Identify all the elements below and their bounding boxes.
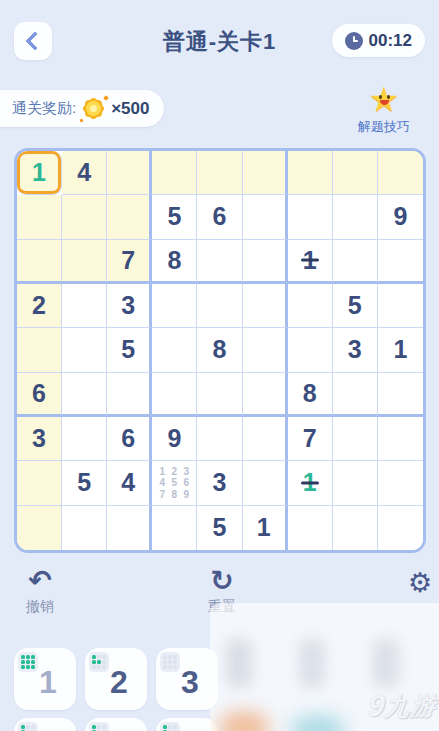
cell-r2c1[interactable] — [17, 195, 62, 239]
cell-r3c8[interactable] — [333, 240, 378, 284]
cell-r3c5[interactable] — [197, 240, 242, 284]
cell-r8c4[interactable]: 123456789 — [152, 461, 197, 505]
cell-r3c9[interactable] — [378, 240, 423, 284]
given-digit: 3 — [121, 293, 135, 318]
num-button-1[interactable]: 1 — [14, 648, 76, 710]
cell-r9c8[interactable] — [333, 506, 378, 550]
cell-r3c3[interactable]: 7 — [107, 240, 152, 284]
cell-r9c3[interactable] — [107, 506, 152, 550]
given-digit: 8 — [303, 381, 317, 406]
cell-r4c7[interactable] — [288, 284, 333, 328]
given-digit: 5 — [348, 293, 362, 318]
undo-button[interactable]: ↶ 撤销 — [8, 566, 72, 616]
cell-r8c9[interactable] — [378, 461, 423, 505]
num-button-digit: 3 — [181, 664, 199, 701]
given-digit: 3 — [213, 470, 227, 495]
cell-r5c2[interactable] — [62, 328, 107, 372]
given-digit: 7 — [303, 426, 317, 451]
cell-r4c5[interactable] — [197, 284, 242, 328]
cell-r1c6[interactable] — [243, 151, 288, 195]
cell-r4c4[interactable] — [152, 284, 197, 328]
given-digit: 3 — [32, 426, 46, 451]
cell-r6c6[interactable] — [243, 373, 288, 417]
cell-r3c7[interactable]: 1 — [288, 240, 333, 284]
cell-r3c2[interactable] — [62, 240, 107, 284]
cell-r4c9[interactable] — [378, 284, 423, 328]
cell-r7c8[interactable] — [333, 417, 378, 461]
cell-r8c7[interactable]: 1 — [288, 461, 333, 505]
cell-r5c4[interactable] — [152, 328, 197, 372]
given-digit: 1 — [393, 337, 407, 362]
reset-icon: ↻ — [190, 566, 254, 596]
given-digit: 4 — [121, 470, 135, 495]
cell-r1c8[interactable] — [333, 151, 378, 195]
given-digit: 9 — [393, 204, 407, 229]
remaining-count-badge — [89, 652, 109, 672]
cell-r7c5[interactable] — [197, 417, 242, 461]
remaining-count-badge — [160, 652, 180, 672]
cell-r2c7[interactable] — [288, 195, 333, 239]
num-button-digit: 2 — [110, 664, 128, 701]
cell-r6c3[interactable] — [107, 373, 152, 417]
cell-r2c9[interactable]: 9 — [378, 195, 423, 239]
cell-r2c4[interactable]: 5 — [152, 195, 197, 239]
tips-label: 解题技巧 — [334, 118, 434, 136]
cell-r8c3[interactable]: 4 — [107, 461, 152, 505]
cell-r7c4[interactable]: 9 — [152, 417, 197, 461]
blurred-overlay: 9九游 — [210, 603, 439, 731]
cell-r1c2[interactable]: 4 — [62, 151, 107, 195]
cell-r3c4[interactable]: 8 — [152, 240, 197, 284]
sudoku-app-screen: 普通-关卡1 00:12 通关奖励: ×500 ★ 解题技巧 145697812… — [0, 0, 439, 731]
given-digit: 1 — [303, 248, 317, 273]
cell-r7c7[interactable]: 7 — [288, 417, 333, 461]
clock-icon — [345, 32, 363, 50]
cell-r7c3[interactable]: 6 — [107, 417, 152, 461]
cell-r2c8[interactable] — [333, 195, 378, 239]
num-button-row2-1[interactable] — [14, 718, 76, 731]
cell-r5c1[interactable] — [17, 328, 62, 372]
cell-r2c5[interactable]: 6 — [197, 195, 242, 239]
undo-label: 撤销 — [8, 598, 72, 616]
cell-r1c7[interactable] — [288, 151, 333, 195]
cell-r9c7[interactable] — [288, 506, 333, 550]
cell-r7c1[interactable]: 3 — [17, 417, 62, 461]
cell-r2c6[interactable] — [243, 195, 288, 239]
reward-amount: ×500 — [111, 99, 149, 119]
timer-pill: 00:12 — [332, 24, 425, 57]
given-digit: 2 — [32, 293, 46, 318]
cell-r2c3[interactable] — [107, 195, 152, 239]
cell-r4c3[interactable]: 3 — [107, 284, 152, 328]
cell-r4c8[interactable]: 5 — [333, 284, 378, 328]
cell-r5c7[interactable] — [288, 328, 333, 372]
cell-r6c4[interactable] — [152, 373, 197, 417]
tips-button[interactable]: ★ 解题技巧 — [334, 82, 434, 136]
given-digit: 5 — [167, 204, 181, 229]
given-digit: 6 — [121, 426, 135, 451]
given-digit: 7 — [121, 248, 135, 273]
blurred-button-shape — [299, 639, 325, 687]
given-digit: 4 — [77, 160, 91, 185]
given-digit: 8 — [167, 248, 181, 273]
given-digit: 5 — [213, 515, 227, 540]
cell-r5c8[interactable]: 3 — [333, 328, 378, 372]
cell-r8c6[interactable] — [243, 461, 288, 505]
given-digit: 9 — [167, 426, 181, 451]
cell-r8c8[interactable] — [333, 461, 378, 505]
blurred-teal-shape — [290, 715, 346, 731]
cell-r3c1[interactable] — [17, 240, 62, 284]
cell-r6c2[interactable] — [62, 373, 107, 417]
cell-r9c5[interactable]: 5 — [197, 506, 242, 550]
cell-r6c5[interactable] — [197, 373, 242, 417]
num-button-digit: 1 — [39, 664, 57, 701]
given-digit: 6 — [213, 204, 227, 229]
given-digit: 5 — [121, 337, 135, 362]
given-digit: 8 — [213, 337, 227, 362]
given-digit: 1 — [257, 515, 271, 540]
cell-r8c1[interactable] — [17, 461, 62, 505]
timer-value: 00:12 — [369, 31, 412, 51]
undo-icon: ↶ — [8, 566, 72, 596]
cell-r4c6[interactable] — [243, 284, 288, 328]
sudoku-grid: 145697812355831683697541234567893151 — [14, 148, 426, 553]
pencil-notes: 123456789 — [156, 466, 192, 500]
cell-r9c9[interactable] — [378, 506, 423, 550]
remaining-count-badge — [18, 652, 38, 672]
gear-icon: ⚙ — [388, 568, 439, 598]
given-digit: 6 — [32, 381, 46, 406]
cell-r4c2[interactable] — [62, 284, 107, 328]
cell-r8c2[interactable]: 5 — [62, 461, 107, 505]
cell-r1c3[interactable] — [107, 151, 152, 195]
cell-r3c6[interactable] — [243, 240, 288, 284]
remaining-count-badge — [89, 722, 109, 731]
cell-r7c2[interactable] — [62, 417, 107, 461]
given-digit: 5 — [77, 470, 91, 495]
jiuyou-watermark: 9九游 — [366, 687, 439, 724]
cell-r7c6[interactable] — [243, 417, 288, 461]
cell-r5c9[interactable]: 1 — [378, 328, 423, 372]
cell-r5c3[interactable]: 5 — [107, 328, 152, 372]
cell-r6c8[interactable] — [333, 373, 378, 417]
cell-r1c9[interactable] — [378, 151, 423, 195]
star-face-icon: ★ — [365, 82, 403, 116]
cell-r4c1[interactable]: 2 — [17, 284, 62, 328]
cell-r9c4[interactable] — [152, 506, 197, 550]
cell-r6c9[interactable] — [378, 373, 423, 417]
cell-r9c1[interactable] — [17, 506, 62, 550]
cell-r8c5[interactable]: 3 — [197, 461, 242, 505]
user-digit: 1 — [32, 160, 46, 185]
cell-r9c2[interactable] — [62, 506, 107, 550]
jiuyou-watermark-text: 九游 — [383, 691, 438, 721]
cell-r5c6[interactable] — [243, 328, 288, 372]
reward-label: 通关奖励: — [12, 99, 76, 118]
cell-r7c9[interactable] — [378, 417, 423, 461]
num-button-2[interactable]: 2 — [85, 648, 147, 710]
given-digit: 3 — [348, 337, 362, 362]
blurred-button-shape — [373, 639, 399, 687]
cell-r1c5[interactable] — [197, 151, 242, 195]
cell-r1c4[interactable] — [152, 151, 197, 195]
num-button-row2-3[interactable] — [156, 718, 218, 731]
cell-r2c2[interactable] — [62, 195, 107, 239]
cell-r5c5[interactable]: 8 — [197, 328, 242, 372]
remaining-count-badge — [18, 722, 38, 731]
num-button-3[interactable]: 3 — [156, 648, 218, 710]
cell-r1c1[interactable]: 1 — [17, 151, 62, 195]
blurred-orange-shape — [218, 711, 270, 731]
cell-r9c6[interactable]: 1 — [243, 506, 288, 550]
blurred-button-shape — [226, 639, 252, 687]
settings-button[interactable]: ⚙ — [388, 568, 439, 598]
cell-r6c7[interactable]: 8 — [288, 373, 333, 417]
num-button-row2-2[interactable] — [85, 718, 147, 731]
user-digit: 1 — [303, 470, 317, 495]
remaining-count-badge — [160, 722, 180, 731]
cell-r6c1[interactable]: 6 — [17, 373, 62, 417]
coin-icon — [81, 96, 106, 121]
reward-pill: 通关奖励: ×500 — [0, 90, 164, 127]
